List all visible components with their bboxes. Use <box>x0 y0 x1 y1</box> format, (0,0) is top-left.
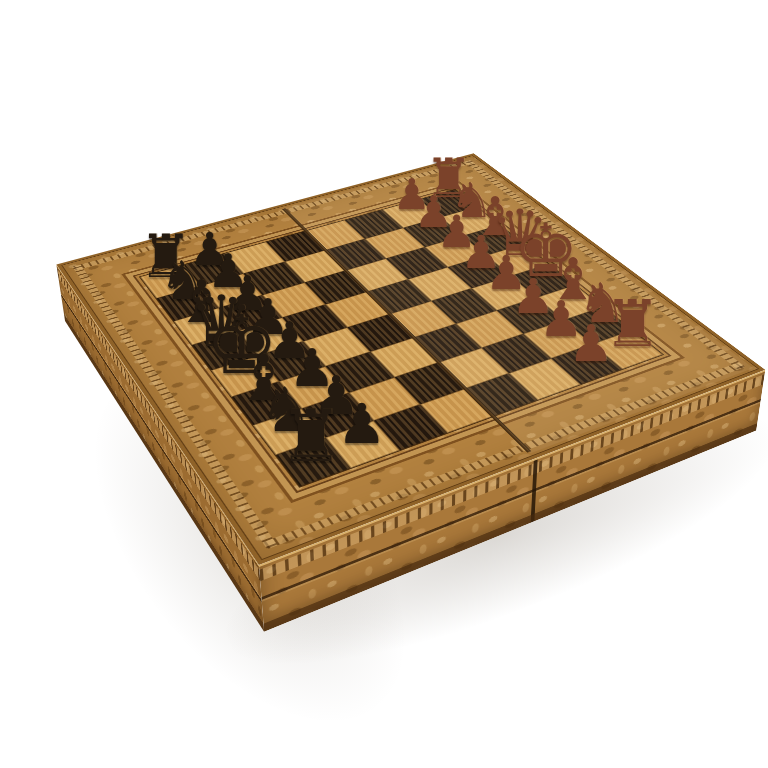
product-photo-stage: ♜♞♝♛♚♝♞♜♟♟♟♟♟♟♟♟♟♟♟♟♟♟♟♟♜♞♝♛♚♝♞♜ <box>0 0 768 768</box>
square-h4[interactable] <box>465 373 537 416</box>
scene <box>0 0 768 768</box>
piece-black-pawn-h7[interactable]: ♟ <box>337 397 386 452</box>
square-e5[interactable] <box>347 314 413 352</box>
piece-black-rook-h8[interactable]: ♜ <box>279 400 344 473</box>
square-h5[interactable] <box>420 389 493 433</box>
square-g4[interactable] <box>439 348 509 389</box>
square-f4[interactable] <box>414 324 482 363</box>
square-g5[interactable] <box>395 362 466 404</box>
square-f5[interactable] <box>370 338 439 378</box>
piece-white-pawn-h2[interactable]: ♟ <box>568 319 613 370</box>
